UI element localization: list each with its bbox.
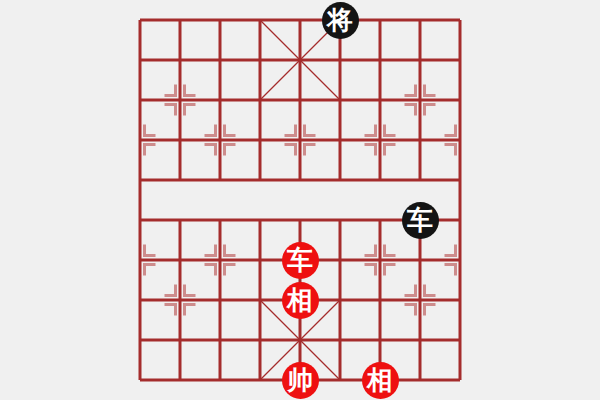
piece-black-chariot[interactable]: 车 [402,202,439,239]
board-point-7-7[interactable] [400,280,440,320]
board-point-0-3[interactable] [120,120,160,160]
board-point-6-9[interactable]: 相 [360,360,400,400]
xiangqi-board: 将车车相帅相 [120,0,480,400]
piece-red-chariot[interactable]: 车 [282,242,319,279]
board-point-2-1[interactable] [200,40,240,80]
board-point-0-9[interactable] [120,360,160,400]
board-point-7-6[interactable] [400,240,440,280]
board-point-3-4[interactable] [240,160,280,200]
board-point-6-3[interactable] [360,120,400,160]
board-point-5-4[interactable] [320,160,360,200]
board-point-8-3[interactable] [440,120,480,160]
board-point-4-8[interactable] [280,320,320,360]
board-point-1-6[interactable] [160,240,200,280]
piece-black-general[interactable]: 将 [322,2,359,39]
piece-red-elephant[interactable]: 相 [362,362,399,399]
board-point-2-2[interactable] [200,80,240,120]
board-point-7-1[interactable] [400,40,440,80]
board-point-0-6[interactable] [120,240,160,280]
board-point-1-3[interactable] [160,120,200,160]
board-point-5-6[interactable] [320,240,360,280]
board-point-3-7[interactable] [240,280,280,320]
board-point-0-4[interactable] [120,160,160,200]
board-point-1-7[interactable] [160,280,200,320]
board-point-4-4[interactable] [280,160,320,200]
board-point-4-7[interactable]: 相 [280,280,320,320]
board-point-5-2[interactable] [320,80,360,120]
board-point-0-5[interactable] [120,200,160,240]
board-point-7-5[interactable]: 车 [400,200,440,240]
board-point-4-6[interactable]: 车 [280,240,320,280]
board-point-5-5[interactable] [320,200,360,240]
board-point-0-1[interactable] [120,40,160,80]
board-point-7-8[interactable] [400,320,440,360]
board-point-1-8[interactable] [160,320,200,360]
board-point-2-0[interactable] [200,0,240,40]
board-point-8-4[interactable] [440,160,480,200]
board-point-0-8[interactable] [120,320,160,360]
board-point-2-7[interactable] [200,280,240,320]
board-point-6-7[interactable] [360,280,400,320]
board-point-6-2[interactable] [360,80,400,120]
board-point-4-0[interactable] [280,0,320,40]
board-point-2-3[interactable] [200,120,240,160]
board-point-3-1[interactable] [240,40,280,80]
board-point-3-5[interactable] [240,200,280,240]
piece-red-elephant[interactable]: 相 [282,282,319,319]
board-point-8-6[interactable] [440,240,480,280]
board-point-0-7[interactable] [120,280,160,320]
board-point-2-8[interactable] [200,320,240,360]
board-point-1-5[interactable] [160,200,200,240]
board-point-3-6[interactable] [240,240,280,280]
board-point-8-0[interactable] [440,0,480,40]
board-point-1-1[interactable] [160,40,200,80]
board-point-6-0[interactable] [360,0,400,40]
board-point-5-1[interactable] [320,40,360,80]
board-point-1-0[interactable] [160,0,200,40]
board-point-0-2[interactable] [120,80,160,120]
board-point-0-0[interactable] [120,0,160,40]
board-point-5-9[interactable] [320,360,360,400]
board-point-8-7[interactable] [440,280,480,320]
board-point-1-2[interactable] [160,80,200,120]
board-point-2-5[interactable] [200,200,240,240]
board-point-6-4[interactable] [360,160,400,200]
board-point-6-8[interactable] [360,320,400,360]
board-point-2-4[interactable] [200,160,240,200]
board-point-3-3[interactable] [240,120,280,160]
board-point-1-9[interactable] [160,360,200,400]
board-point-4-5[interactable] [280,200,320,240]
board-point-8-9[interactable] [440,360,480,400]
board-point-6-6[interactable] [360,240,400,280]
board-point-7-0[interactable] [400,0,440,40]
board-point-4-1[interactable] [280,40,320,80]
board-point-7-4[interactable] [400,160,440,200]
board-point-3-8[interactable] [240,320,280,360]
board-point-5-7[interactable] [320,280,360,320]
board-point-6-1[interactable] [360,40,400,80]
board-point-3-9[interactable] [240,360,280,400]
board-point-4-2[interactable] [280,80,320,120]
board-point-4-9[interactable]: 帅 [280,360,320,400]
board-point-6-5[interactable] [360,200,400,240]
board-point-7-3[interactable] [400,120,440,160]
board-point-7-2[interactable] [400,80,440,120]
board-point-3-2[interactable] [240,80,280,120]
board-point-5-0[interactable]: 将 [320,0,360,40]
board-point-4-3[interactable] [280,120,320,160]
board-point-8-1[interactable] [440,40,480,80]
piece-red-general[interactable]: 帅 [282,362,319,399]
board-point-2-6[interactable] [200,240,240,280]
board-point-5-3[interactable] [320,120,360,160]
board-point-7-9[interactable] [400,360,440,400]
board-point-8-2[interactable] [440,80,480,120]
board-point-8-5[interactable] [440,200,480,240]
board-point-2-9[interactable] [200,360,240,400]
board-point-5-8[interactable] [320,320,360,360]
board-point-1-4[interactable] [160,160,200,200]
xiangqi-board-screen: 将车车相帅相 [0,0,600,400]
board-point-8-8[interactable] [440,320,480,360]
board-point-3-0[interactable] [240,0,280,40]
